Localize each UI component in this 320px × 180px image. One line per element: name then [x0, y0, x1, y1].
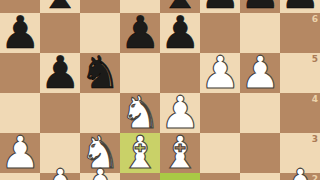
- rank-label-4: 4: [312, 94, 318, 104]
- piece-black-pawn-a6[interactable]: ♟: [0, 13, 40, 53]
- piece-black-pawn-b5[interactable]: ♟: [40, 53, 80, 93]
- piece-white-pawn-a3[interactable]: ♟: [0, 133, 40, 173]
- rank-label-5: 5: [312, 54, 318, 64]
- piece-black-pawn-g7[interactable]: ♟: [240, 0, 280, 13]
- chess-board: ♝♝♟♟♟♟♟♟♟♞♟♟♞♟♟♞♝♝♟♟♟65432: [0, 0, 320, 180]
- piece-white-pawn-c2[interactable]: ♟: [80, 166, 120, 180]
- square-g3[interactable]: [240, 133, 280, 173]
- piece-black-bishop-b7[interactable]: ♝: [40, 0, 80, 13]
- piece-white-bishop-d3[interactable]: ♝: [120, 133, 160, 173]
- piece-black-pawn-f7[interactable]: ♟: [200, 0, 240, 13]
- square-g2[interactable]: [240, 173, 280, 180]
- chess-board-viewport: ♝♝♟♟♟♟♟♟♟♞♟♟♞♟♟♞♝♝♟♟♟65432: [0, 0, 320, 180]
- piece-white-pawn-f5[interactable]: ♟: [200, 53, 240, 93]
- square-f2[interactable]: [200, 173, 240, 180]
- piece-black-pawn-h7[interactable]: ♟: [280, 0, 320, 13]
- piece-black-pawn-d6[interactable]: ♟: [120, 13, 160, 53]
- square-f4[interactable]: [200, 93, 240, 133]
- piece-white-bishop-e3[interactable]: ♝: [160, 133, 200, 173]
- rank-label-6: 6: [312, 14, 318, 24]
- piece-white-pawn-g5[interactable]: ♟: [240, 53, 280, 93]
- rank-label-2: 2: [312, 174, 318, 180]
- square-c7[interactable]: [80, 0, 120, 13]
- piece-white-pawn-b2[interactable]: ♟: [40, 166, 80, 180]
- square-a5[interactable]: [0, 53, 40, 93]
- square-f3[interactable]: [200, 133, 240, 173]
- square-b4[interactable]: [40, 93, 80, 133]
- piece-black-pawn-e6[interactable]: ♟: [160, 13, 200, 53]
- rank-label-3: 3: [312, 134, 318, 144]
- square-g4[interactable]: [240, 93, 280, 133]
- piece-black-knight-c5[interactable]: ♞: [80, 53, 120, 93]
